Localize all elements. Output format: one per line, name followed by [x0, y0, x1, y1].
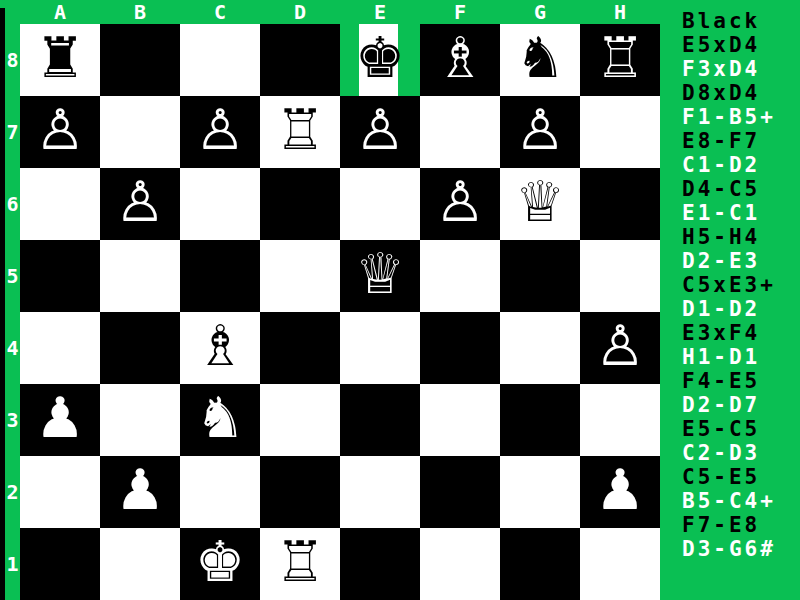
white-rook-d1: ♖ [275, 534, 325, 590]
white-bishop-c4: ♗ [195, 318, 245, 374]
white-queen-g6: ♕ [515, 174, 565, 230]
white-king-c1: ♚ [195, 534, 245, 590]
square-e3[interactable] [340, 384, 420, 456]
square-d1[interactable]: ♖ [260, 528, 340, 600]
square-c4[interactable]: ♗ [180, 312, 260, 384]
black-pawn-g7: ♙ [515, 102, 565, 158]
move-entry-22: D3-G6# [660, 537, 800, 561]
square-h5[interactable] [580, 240, 660, 312]
move-entry-1: E5xD4 [660, 33, 800, 57]
square-b7[interactable] [100, 96, 180, 168]
move-entry-17: E5-C5 [660, 417, 800, 441]
black-bishop-f8: ♗ [435, 30, 485, 86]
rank-label-column: 87654321 [5, 24, 20, 600]
file-label-b: B [100, 0, 180, 24]
move-entry-3: D8xD4 [660, 81, 800, 105]
rank-label-3: 3 [5, 384, 20, 456]
square-g3[interactable] [500, 384, 580, 456]
file-label-e: E [340, 0, 420, 24]
square-c6[interactable] [180, 168, 260, 240]
file-label-h: H [580, 0, 660, 24]
white-pawn-b2: ♟ [115, 462, 165, 518]
rank-label-8: 8 [5, 24, 20, 96]
file-label-f: F [420, 0, 500, 24]
square-h1[interactable] [580, 528, 660, 600]
move-entry-8: E1-C1 [660, 201, 800, 225]
square-f1[interactable] [420, 528, 500, 600]
move-entry-6: C1-D2 [660, 153, 800, 177]
square-a4[interactable] [20, 312, 100, 384]
square-f5[interactable] [420, 240, 500, 312]
square-b5[interactable] [100, 240, 180, 312]
square-h8[interactable]: ♖ [580, 24, 660, 96]
move-entry-5: E8-F7 [660, 129, 800, 153]
file-label-row: ABCDEFGH [20, 0, 660, 24]
square-a5[interactable] [20, 240, 100, 312]
square-h6[interactable] [580, 168, 660, 240]
rank-label-7: 7 [5, 96, 20, 168]
move-entry-12: D1-D2 [660, 297, 800, 321]
move-entry-9: H5-H4 [660, 225, 800, 249]
square-d2[interactable] [260, 456, 340, 528]
square-e7[interactable]: ♙ [340, 96, 420, 168]
move-entry-13: E3xF4 [660, 321, 800, 345]
square-e2[interactable] [340, 456, 420, 528]
move-entry-14: H1-D1 [660, 345, 800, 369]
move-entry-16: D2-D7 [660, 393, 800, 417]
white-rook-d7: ♖ [275, 102, 325, 158]
move-list-panel: BlackE5xD4F3xD4D8xD4F1-B5+E8-F7C1-D2D4-C… [660, 9, 800, 591]
move-entry-19: C5-E5 [660, 465, 800, 489]
square-c8[interactable] [180, 24, 260, 96]
square-a1[interactable] [20, 528, 100, 600]
move-entry-4: F1-B5+ [660, 105, 800, 129]
square-f8[interactable]: ♗ [420, 24, 500, 96]
black-king-e8: ♚ [355, 30, 405, 86]
rank-label-2: 2 [5, 456, 20, 528]
square-g7[interactable]: ♙ [500, 96, 580, 168]
rank-label-4: 4 [5, 312, 20, 384]
black-pawn-a7: ♙ [35, 102, 85, 158]
square-a6[interactable] [20, 168, 100, 240]
square-e6[interactable] [340, 168, 420, 240]
move-entry-11: C5xE3+ [660, 273, 800, 297]
square-g1[interactable] [500, 528, 580, 600]
square-c5[interactable] [180, 240, 260, 312]
rank-label-5: 5 [5, 240, 20, 312]
square-c3[interactable]: ♞ [180, 384, 260, 456]
black-knight-g8: ♞ [515, 30, 565, 86]
square-b4[interactable] [100, 312, 180, 384]
square-a7[interactable]: ♙ [20, 96, 100, 168]
black-rook-h8: ♖ [595, 30, 645, 86]
black-pawn-e7: ♙ [355, 102, 405, 158]
black-pawn-c7: ♙ [195, 102, 245, 158]
move-entry-10: D2-E3 [660, 249, 800, 273]
square-f6[interactable]: ♙ [420, 168, 500, 240]
move-entry-7: D4-C5 [660, 177, 800, 201]
rank-label-1: 1 [5, 528, 20, 600]
move-entry-18: C2-D3 [660, 441, 800, 465]
chess-app-screen: ABCDEFGH 87654321 ♜♚♗♞♖♙♙♖♙♙♙♙♕♕♗♙♟♞♟♟♚♖… [0, 0, 800, 600]
square-d7[interactable]: ♖ [260, 96, 340, 168]
white-pawn-h2: ♟ [595, 462, 645, 518]
square-h7[interactable] [580, 96, 660, 168]
square-f3[interactable] [420, 384, 500, 456]
square-c7[interactable]: ♙ [180, 96, 260, 168]
file-label-c: C [180, 0, 260, 24]
square-a3[interactable]: ♟ [20, 384, 100, 456]
square-d6[interactable] [260, 168, 340, 240]
black-pawn-h4: ♙ [595, 318, 645, 374]
file-label-g: G [500, 0, 580, 24]
square-d5[interactable] [260, 240, 340, 312]
square-e5[interactable]: ♕ [340, 240, 420, 312]
square-a8[interactable]: ♜ [20, 24, 100, 96]
square-f2[interactable] [420, 456, 500, 528]
file-label-d: D [260, 0, 340, 24]
move-entry-15: F4-E5 [660, 369, 800, 393]
square-c2[interactable] [180, 456, 260, 528]
square-g4[interactable] [500, 312, 580, 384]
square-b3[interactable] [100, 384, 180, 456]
square-b1[interactable] [100, 528, 180, 600]
chess-board: ♜♚♗♞♖♙♙♖♙♙♙♙♕♕♗♙♟♞♟♟♚♖ [20, 24, 660, 600]
square-g5[interactable] [500, 240, 580, 312]
file-label-a: A [20, 0, 100, 24]
rank-label-6: 6 [5, 168, 20, 240]
square-g2[interactable] [500, 456, 580, 528]
square-h3[interactable] [580, 384, 660, 456]
white-knight-c3: ♞ [195, 390, 245, 446]
square-h2[interactable]: ♟ [580, 456, 660, 528]
square-b2[interactable]: ♟ [100, 456, 180, 528]
square-h4[interactable]: ♙ [580, 312, 660, 384]
move-entry-2: F3xD4 [660, 57, 800, 81]
black-pawn-b6: ♙ [115, 174, 165, 230]
black-pawn-f6: ♙ [435, 174, 485, 230]
square-f4[interactable] [420, 312, 500, 384]
square-g8[interactable]: ♞ [500, 24, 580, 96]
black-rook-a8: ♜ [35, 30, 85, 86]
square-b6[interactable]: ♙ [100, 168, 180, 240]
square-e4[interactable] [340, 312, 420, 384]
square-e1[interactable] [340, 528, 420, 600]
move-entry-20: B5-C4+ [660, 489, 800, 513]
square-d4[interactable] [260, 312, 340, 384]
black-queen-e5: ♕ [355, 246, 405, 302]
square-d3[interactable] [260, 384, 340, 456]
square-e8[interactable]: ♚ [340, 24, 420, 96]
move-entry-21: F7-E8 [660, 513, 800, 537]
square-g6[interactable]: ♕ [500, 168, 580, 240]
square-d8[interactable] [260, 24, 340, 96]
square-f7[interactable] [420, 96, 500, 168]
square-b8[interactable] [100, 24, 180, 96]
square-c1[interactable]: ♚ [180, 528, 260, 600]
move-list-header: Black [660, 9, 800, 33]
white-pawn-a3: ♟ [35, 390, 85, 446]
square-a2[interactable] [20, 456, 100, 528]
